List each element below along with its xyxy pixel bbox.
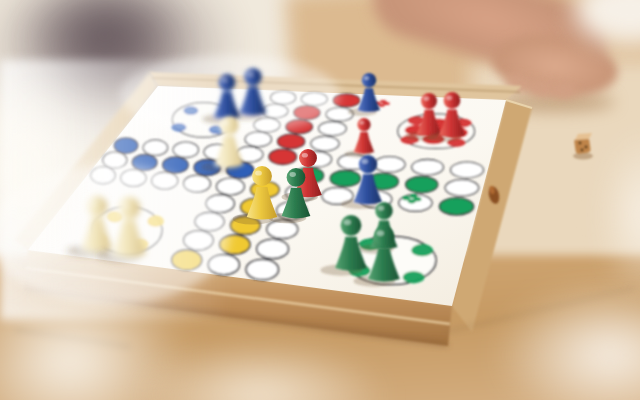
clover-stamp-red (383, 102, 390, 105)
field-6-10 (439, 198, 473, 215)
track-cell-2-6 (319, 122, 347, 136)
field-4-5 (269, 149, 297, 164)
ludo-photo-scene (0, 0, 640, 400)
track-cell-4-10 (451, 162, 484, 178)
track-cell-3-6 (311, 136, 339, 151)
ludo-board-canvas (0, 0, 640, 400)
wooden-die (573, 133, 593, 160)
track-cell-5-10 (445, 180, 478, 196)
field-5-7 (330, 171, 360, 187)
track-cell-10-6 (246, 259, 278, 279)
clover-stamp-green (402, 196, 410, 200)
clover-stamp-green (414, 197, 422, 201)
field-5-9 (406, 177, 438, 193)
field-3-5 (278, 134, 305, 149)
table-props (573, 133, 593, 160)
track-cell-9-6 (257, 239, 289, 258)
track-cell-4-9 (412, 160, 444, 175)
track-cell-4-8 (374, 157, 405, 172)
